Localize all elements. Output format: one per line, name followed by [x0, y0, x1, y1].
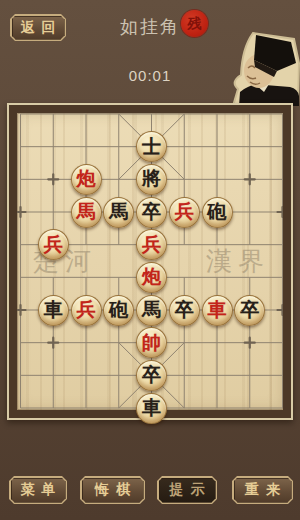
- pieces-layer: 士炮將馬馬卒兵砲兵兵炮車兵砲馬卒車卒帥卒車: [17, 113, 283, 410]
- piece-red-horse[interactable]: 馬: [71, 197, 102, 228]
- piece-red-chariot[interactable]: 車: [202, 295, 233, 326]
- undo-move-button-label: 悔棋: [82, 478, 144, 503]
- timer: 00:01: [0, 67, 300, 84]
- piece-red-cannon[interactable]: 炮: [136, 262, 167, 293]
- bottom-bar: 菜单 悔棋 提示 重来: [0, 476, 300, 504]
- piece-red-soldier[interactable]: 兵: [169, 197, 200, 228]
- piece-black-chariot[interactable]: 車: [38, 295, 69, 326]
- puzzle-title: 如挂角: [0, 15, 300, 39]
- piece-black-chariot[interactable]: 車: [136, 393, 167, 424]
- piece-black-horse[interactable]: 馬: [103, 197, 134, 228]
- restart-button[interactable]: 重来: [232, 476, 293, 504]
- hint-button-label: 提示: [159, 478, 216, 503]
- piece-black-cannon[interactable]: 砲: [202, 197, 233, 228]
- restart-button-label: 重来: [234, 478, 292, 503]
- red-turn-seal-icon: 残: [181, 10, 208, 37]
- piece-red-soldier[interactable]: 兵: [136, 229, 167, 260]
- xiangqi-board[interactable]: 楚河 漢界 士炮將馬馬卒兵砲兵兵炮車兵砲馬卒車卒帥卒車: [7, 103, 293, 420]
- piece-red-cannon[interactable]: 炮: [71, 164, 102, 195]
- piece-black-soldier[interactable]: 卒: [169, 295, 200, 326]
- piece-red-general[interactable]: 帥: [136, 327, 167, 358]
- undo-move-button[interactable]: 悔棋: [80, 476, 145, 504]
- top-bar: 返回 如挂角 残: [0, 0, 300, 52]
- piece-black-horse[interactable]: 馬: [136, 295, 167, 326]
- menu-button[interactable]: 菜单: [9, 476, 67, 504]
- hint-button[interactable]: 提示: [157, 476, 217, 504]
- piece-black-soldier[interactable]: 卒: [136, 197, 167, 228]
- piece-black-soldier[interactable]: 卒: [234, 295, 265, 326]
- piece-black-cannon[interactable]: 砲: [103, 295, 134, 326]
- piece-black-advisor[interactable]: 士: [136, 131, 167, 162]
- menu-button-label: 菜单: [11, 478, 66, 503]
- piece-red-soldier[interactable]: 兵: [38, 229, 69, 260]
- piece-black-general[interactable]: 將: [136, 164, 167, 195]
- xiangqi-app: 返回 如挂角 残 00:01: [0, 0, 300, 520]
- board-surface[interactable]: 楚河 漢界 士炮將馬馬卒兵砲兵兵炮車兵砲馬卒車卒帥卒車: [17, 113, 283, 410]
- piece-red-soldier[interactable]: 兵: [71, 295, 102, 326]
- piece-black-soldier[interactable]: 卒: [136, 360, 167, 391]
